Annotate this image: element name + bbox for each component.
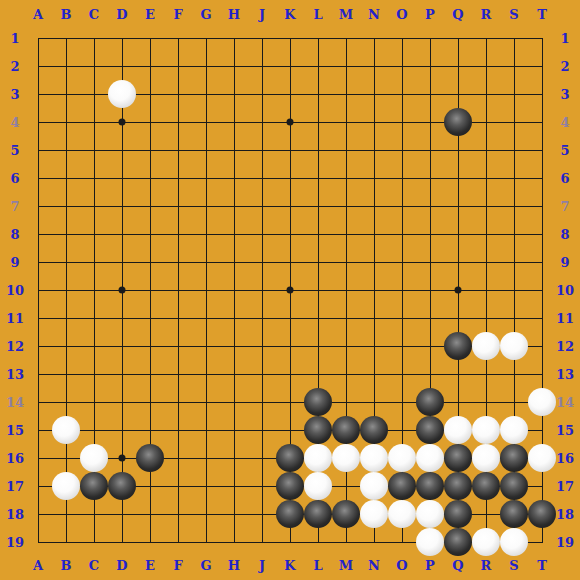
col-label-bottom-N: N — [368, 559, 380, 572]
row-label-right-11: 11 — [556, 312, 574, 325]
col-label-bottom-L: L — [313, 559, 322, 572]
stone-white-N16[interactable] — [360, 444, 388, 472]
col-label-top-T: T — [537, 8, 547, 21]
col-label-top-B: B — [61, 8, 72, 21]
stone-black-O17[interactable] — [388, 472, 416, 500]
row-label-right-7: 7 — [560, 200, 569, 213]
col-label-top-K: K — [284, 8, 295, 21]
row-label-right-15: 15 — [556, 424, 574, 437]
star-point-K4 — [287, 119, 294, 126]
col-label-top-F: F — [173, 8, 182, 21]
stone-black-S17[interactable] — [500, 472, 528, 500]
row-label-left-13: 13 — [6, 368, 24, 381]
stone-black-M15[interactable] — [332, 416, 360, 444]
col-label-bottom-F: F — [173, 559, 182, 572]
col-label-bottom-M: M — [339, 559, 353, 572]
row-label-right-9: 9 — [560, 256, 569, 269]
row-label-right-1: 1 — [560, 32, 569, 45]
star-point-Q10 — [455, 287, 462, 294]
row-label-left-9: 9 — [10, 256, 19, 269]
row-label-left-14: 14 — [6, 396, 24, 409]
stone-white-R12[interactable] — [472, 332, 500, 360]
col-label-bottom-P: P — [425, 559, 435, 572]
star-point-D16 — [119, 455, 126, 462]
stone-white-S15[interactable] — [500, 416, 528, 444]
stone-black-Q4[interactable] — [444, 108, 472, 136]
row-label-left-4: 4 — [10, 116, 19, 129]
stone-white-P18[interactable] — [416, 500, 444, 528]
star-point-K10 — [287, 287, 294, 294]
row-label-left-6: 6 — [10, 172, 19, 185]
stone-black-Q12[interactable] — [444, 332, 472, 360]
col-label-bottom-E: E — [145, 559, 155, 572]
col-label-top-O: O — [396, 8, 407, 21]
stone-white-C16[interactable] — [80, 444, 108, 472]
col-label-bottom-G: G — [200, 559, 211, 572]
col-label-bottom-H: H — [228, 559, 240, 572]
col-label-top-D: D — [116, 8, 127, 21]
row-label-right-16: 16 — [556, 452, 574, 465]
stone-black-P15[interactable] — [416, 416, 444, 444]
stone-black-S16[interactable] — [500, 444, 528, 472]
col-label-top-A: A — [33, 8, 43, 21]
row-label-left-10: 10 — [6, 284, 24, 297]
col-label-top-R: R — [481, 8, 492, 21]
stone-black-S18[interactable] — [500, 500, 528, 528]
col-label-bottom-T: T — [537, 559, 547, 572]
stone-black-C17[interactable] — [80, 472, 108, 500]
col-label-bottom-O: O — [396, 559, 407, 572]
row-label-left-1: 1 — [10, 32, 19, 45]
stone-black-L14[interactable] — [304, 388, 332, 416]
star-point-D4 — [119, 119, 126, 126]
col-label-bottom-J: J — [259, 559, 265, 572]
col-label-bottom-C: C — [89, 559, 99, 572]
col-label-bottom-A: A — [33, 559, 43, 572]
col-label-bottom-D: D — [116, 559, 127, 572]
stone-white-T16[interactable] — [528, 444, 556, 472]
stone-white-N17[interactable] — [360, 472, 388, 500]
stone-white-Q15[interactable] — [444, 416, 472, 444]
stone-black-L15[interactable] — [304, 416, 332, 444]
stone-black-T18[interactable] — [528, 500, 556, 528]
col-label-top-C: C — [89, 8, 99, 21]
col-label-top-S: S — [509, 8, 518, 21]
stone-white-T14[interactable] — [528, 388, 556, 416]
row-label-right-6: 6 — [560, 172, 569, 185]
stone-white-S12[interactable] — [500, 332, 528, 360]
stone-black-Q17[interactable] — [444, 472, 472, 500]
col-label-bottom-Q: Q — [452, 559, 463, 572]
row-label-left-11: 11 — [6, 312, 24, 325]
row-label-left-17: 17 — [6, 480, 24, 493]
col-label-top-P: P — [425, 8, 435, 21]
stone-black-K17[interactable] — [276, 472, 304, 500]
col-label-bottom-B: B — [61, 559, 72, 572]
go-board[interactable]: ABCDEFGHJKLMNOPQRST ABCDEFGHJKLMNOPQRST … — [0, 0, 580, 580]
col-label-bottom-K: K — [284, 559, 295, 572]
col-label-top-G: G — [200, 8, 211, 21]
stone-black-R17[interactable] — [472, 472, 500, 500]
stone-black-M18[interactable] — [332, 500, 360, 528]
row-label-right-13: 13 — [556, 368, 574, 381]
col-label-top-M: M — [339, 8, 353, 21]
stone-white-R16[interactable] — [472, 444, 500, 472]
stone-white-R15[interactable] — [472, 416, 500, 444]
col-label-bottom-R: R — [481, 559, 492, 572]
stone-white-O18[interactable] — [388, 500, 416, 528]
stone-white-B15[interactable] — [52, 416, 80, 444]
col-label-bottom-S: S — [509, 559, 518, 572]
row-label-right-4: 4 — [560, 116, 569, 129]
stone-white-N18[interactable] — [360, 500, 388, 528]
stone-white-S19[interactable] — [500, 528, 528, 556]
row-label-right-18: 18 — [556, 508, 574, 521]
row-label-right-17: 17 — [556, 480, 574, 493]
stone-white-D3[interactable] — [108, 80, 136, 108]
stone-white-L16[interactable] — [304, 444, 332, 472]
col-label-top-H: H — [228, 8, 240, 21]
row-label-left-12: 12 — [6, 340, 24, 353]
stone-black-P14[interactable] — [416, 388, 444, 416]
stone-white-L17[interactable] — [304, 472, 332, 500]
row-label-left-2: 2 — [10, 60, 19, 73]
row-label-left-7: 7 — [10, 200, 19, 213]
row-label-left-19: 19 — [6, 536, 24, 549]
row-label-left-8: 8 — [10, 228, 19, 241]
row-label-left-3: 3 — [10, 88, 19, 101]
col-label-top-Q: Q — [452, 8, 463, 21]
stone-black-Q19[interactable] — [444, 528, 472, 556]
stone-black-L18[interactable] — [304, 500, 332, 528]
col-label-top-N: N — [368, 8, 380, 21]
row-label-left-5: 5 — [10, 144, 19, 157]
stone-black-K18[interactable] — [276, 500, 304, 528]
row-label-right-10: 10 — [556, 284, 574, 297]
stone-white-P19[interactable] — [416, 528, 444, 556]
row-label-right-5: 5 — [560, 144, 569, 157]
stone-black-K16[interactable] — [276, 444, 304, 472]
row-label-right-14: 14 — [556, 396, 574, 409]
stone-white-B17[interactable] — [52, 472, 80, 500]
row-label-left-16: 16 — [6, 452, 24, 465]
row-label-right-2: 2 — [560, 60, 569, 73]
row-label-right-3: 3 — [560, 88, 569, 101]
stone-black-N15[interactable] — [360, 416, 388, 444]
stone-black-Q16[interactable] — [444, 444, 472, 472]
star-point-D10 — [119, 287, 126, 294]
stone-white-O16[interactable] — [388, 444, 416, 472]
row-label-right-12: 12 — [556, 340, 574, 353]
stone-white-R19[interactable] — [472, 528, 500, 556]
row-label-right-8: 8 — [560, 228, 569, 241]
stone-black-D17[interactable] — [108, 472, 136, 500]
stone-black-P17[interactable] — [416, 472, 444, 500]
stone-white-M16[interactable] — [332, 444, 360, 472]
row-label-left-15: 15 — [6, 424, 24, 437]
row-label-left-18: 18 — [6, 508, 24, 521]
stone-white-P16[interactable] — [416, 444, 444, 472]
stone-black-Q18[interactable] — [444, 500, 472, 528]
col-label-top-J: J — [259, 8, 265, 21]
row-label-right-19: 19 — [556, 536, 574, 549]
stone-black-E16[interactable] — [136, 444, 164, 472]
col-label-top-E: E — [145, 8, 155, 21]
col-label-top-L: L — [313, 8, 322, 21]
